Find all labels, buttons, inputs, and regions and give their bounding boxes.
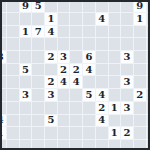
cell-r5c6: 2: [70, 64, 82, 76]
cell-r5c3[interactable]: [32, 64, 44, 76]
cell-r1c1[interactable]: [7, 13, 19, 25]
cell-r5c9[interactable]: [109, 64, 121, 76]
cell-r3c5[interactable]: [58, 38, 70, 50]
cell-r8c0[interactable]: [0, 102, 6, 114]
cell-r8c4[interactable]: [45, 102, 57, 114]
cell-r4c3[interactable]: [32, 51, 44, 63]
cell-r5c4[interactable]: [45, 64, 57, 76]
cell-r8c9: 1: [109, 102, 121, 114]
cell-r6c2[interactable]: [20, 76, 32, 88]
cell-r1c0[interactable]: [0, 13, 6, 25]
cell-r5c5: 2: [58, 64, 70, 76]
cell-r3c8[interactable]: [96, 38, 108, 50]
cell-r1c9[interactable]: [109, 13, 121, 25]
cell-r9c9[interactable]: [109, 115, 121, 127]
cell-r7c12[interactable]: [147, 89, 150, 101]
cell-r7c11: 2: [134, 89, 146, 101]
cell-r2c6[interactable]: [70, 26, 82, 38]
cell-r0c6[interactable]: [70, 0, 82, 12]
cell-r1c10[interactable]: [121, 13, 133, 25]
cell-r5c8[interactable]: [96, 64, 108, 76]
cell-r9c6[interactable]: [70, 115, 82, 127]
cell-r10c4[interactable]: [45, 127, 57, 139]
cell-r1c2[interactable]: [20, 13, 32, 25]
cell-r4c10: 3: [121, 51, 133, 63]
cell-r4c12[interactable]: [147, 51, 150, 63]
cell-r10c3[interactable]: [32, 127, 44, 139]
cell-r5c2: 5: [20, 64, 32, 76]
cell-r6c5: 4: [58, 76, 70, 88]
cell-r0c2: 9: [20, 0, 32, 12]
cell-r7c5[interactable]: [58, 89, 70, 101]
cell-r1c8: 4: [96, 13, 108, 25]
cell-r5c10[interactable]: [121, 64, 133, 76]
cell-r5c11[interactable]: [134, 64, 146, 76]
cell-r4c5: 3: [58, 51, 70, 63]
cell-r4c0: 3: [0, 51, 6, 63]
puzzle-screenshot: 959141174323635224244333542213454112: [0, 0, 150, 150]
cell-r11c1[interactable]: [7, 140, 19, 150]
cell-r1c6[interactable]: [70, 13, 82, 25]
cell-r3c6[interactable]: [70, 38, 82, 50]
cell-r2c8[interactable]: [96, 26, 108, 38]
cell-r6c1[interactable]: [7, 76, 19, 88]
cell-r3c11[interactable]: [134, 38, 146, 50]
cell-r0c0[interactable]: [0, 0, 6, 12]
cell-r0c1[interactable]: [7, 0, 19, 12]
cell-r2c0[interactable]: [0, 26, 6, 38]
cell-r0c11: 9: [134, 0, 146, 12]
cell-r5c12[interactable]: [147, 64, 150, 76]
cell-r7c7: 5: [83, 89, 95, 101]
cell-r6c10: 3: [121, 76, 133, 88]
cell-r3c7[interactable]: [83, 38, 95, 50]
board-frame: 959141174323635224244333542213454112: [0, 0, 150, 150]
cell-r9c1[interactable]: [7, 115, 19, 127]
cell-r10c8[interactable]: [96, 127, 108, 139]
cell-r9c11[interactable]: [134, 115, 146, 127]
cell-r0c5[interactable]: [58, 0, 70, 12]
cell-r9c3[interactable]: [32, 115, 44, 127]
cell-r11c12[interactable]: [147, 140, 150, 150]
cell-r10c12[interactable]: [147, 127, 150, 139]
cell-r2c12[interactable]: [147, 26, 150, 38]
cell-r2c3: 7: [32, 26, 44, 38]
cell-r0c12[interactable]: [147, 0, 150, 12]
cell-r7c10[interactable]: [121, 89, 133, 101]
cell-r1c11: 1: [134, 13, 146, 25]
cell-r10c6[interactable]: [70, 127, 82, 139]
cell-r8c11[interactable]: [134, 102, 146, 114]
cell-r11c4[interactable]: [45, 140, 57, 150]
cell-r6c11[interactable]: [134, 76, 146, 88]
cell-r3c3[interactable]: [32, 38, 44, 50]
cell-r9c12[interactable]: [147, 115, 150, 127]
cell-r6c12[interactable]: [147, 76, 150, 88]
cell-r3c0[interactable]: [0, 38, 6, 50]
cell-r8c1[interactable]: [7, 102, 19, 114]
cell-r2c7[interactable]: [83, 26, 95, 38]
cell-r6c8[interactable]: [96, 76, 108, 88]
cell-r8c10: 3: [121, 102, 133, 114]
cell-r11c8[interactable]: [96, 140, 108, 150]
cell-r11c7[interactable]: [83, 140, 95, 150]
cell-r0c8[interactable]: [96, 0, 108, 12]
cell-r6c4: 2: [45, 76, 57, 88]
cell-r7c8: 4: [96, 89, 108, 101]
cell-r5c7: 4: [83, 64, 95, 76]
cell-r0c9[interactable]: [109, 0, 121, 12]
cell-r9c2[interactable]: [20, 115, 32, 127]
cell-r0c3: 5: [32, 0, 44, 12]
cell-r10c7[interactable]: [83, 127, 95, 139]
cell-r4c2[interactable]: [20, 51, 32, 63]
cell-r9c0: 4: [0, 115, 6, 127]
cell-r10c11[interactable]: [134, 127, 146, 139]
cell-r4c11[interactable]: [134, 51, 146, 63]
puzzle-grid: 959141174323635224244333542213454112: [0, 0, 150, 150]
cell-r4c4: 2: [45, 51, 57, 63]
cell-r6c0[interactable]: [0, 76, 6, 88]
cell-r5c1[interactable]: [7, 64, 19, 76]
cell-r6c3[interactable]: [32, 76, 44, 88]
cell-r6c6: 4: [70, 76, 82, 88]
cell-r4c6[interactable]: [70, 51, 82, 63]
cell-r4c7: 6: [83, 51, 95, 63]
cell-r4c9[interactable]: [109, 51, 121, 63]
cell-r3c9[interactable]: [109, 38, 121, 50]
cell-r10c9: 1: [109, 127, 121, 139]
cell-r3c4[interactable]: [45, 38, 57, 50]
cell-r8c3[interactable]: [32, 102, 44, 114]
cell-r1c4: 1: [45, 13, 57, 25]
cell-r9c5[interactable]: [58, 115, 70, 127]
cell-r3c2[interactable]: [20, 38, 32, 50]
cell-r3c1[interactable]: [7, 38, 19, 50]
cell-r8c5[interactable]: [58, 102, 70, 114]
cell-r6c7[interactable]: [83, 76, 95, 88]
cell-r11c11[interactable]: [134, 140, 146, 150]
cell-r8c7[interactable]: [83, 102, 95, 114]
cell-r1c3[interactable]: [32, 13, 44, 25]
cell-r1c12[interactable]: [147, 13, 150, 25]
cell-r8c6[interactable]: [70, 102, 82, 114]
cell-r0c10[interactable]: [121, 0, 133, 12]
cell-r10c5[interactable]: [58, 127, 70, 139]
cell-r11c3[interactable]: [32, 140, 44, 150]
cell-r2c4: 4: [45, 26, 57, 38]
cell-r2c1[interactable]: [7, 26, 19, 38]
cell-r2c2: 1: [20, 26, 32, 38]
cell-r9c8: 4: [96, 115, 108, 127]
cell-r11c5[interactable]: [58, 140, 70, 150]
cell-r3c12[interactable]: [147, 38, 150, 50]
cell-r0c7[interactable]: [83, 0, 95, 12]
cell-r4c1[interactable]: [7, 51, 19, 63]
cell-r3c10[interactable]: [121, 38, 133, 50]
cell-r11c6[interactable]: [70, 140, 82, 150]
cell-r7c0[interactable]: [0, 89, 6, 101]
cell-r2c10[interactable]: [121, 26, 133, 38]
cell-r7c2: 3: [20, 89, 32, 101]
cell-r11c0[interactable]: [0, 140, 6, 150]
cell-r8c8: 2: [96, 102, 108, 114]
cell-r6c9[interactable]: [109, 76, 121, 88]
cell-r11c2[interactable]: [20, 140, 32, 150]
cell-r8c12[interactable]: [147, 102, 150, 114]
cell-r4c8[interactable]: [96, 51, 108, 63]
cell-r8c2[interactable]: [20, 102, 32, 114]
cell-r9c7[interactable]: [83, 115, 95, 127]
cell-r7c6[interactable]: [70, 89, 82, 101]
cell-r11c9[interactable]: [109, 140, 121, 150]
cell-r2c11[interactable]: [134, 26, 146, 38]
cell-r2c5[interactable]: [58, 26, 70, 38]
cell-r10c0: 1: [0, 127, 6, 139]
cell-r10c10: 2: [121, 127, 133, 139]
cell-r1c7[interactable]: [83, 13, 95, 25]
cell-r7c3[interactable]: [32, 89, 44, 101]
cell-r2c9[interactable]: [109, 26, 121, 38]
cell-r5c0[interactable]: [0, 64, 6, 76]
cell-r11c10[interactable]: [121, 140, 133, 150]
cell-r10c1[interactable]: [7, 127, 19, 139]
cell-r7c4: 3: [45, 89, 57, 101]
cell-r1c5[interactable]: [58, 13, 70, 25]
cell-r9c4: 5: [45, 115, 57, 127]
cell-r9c10[interactable]: [121, 115, 133, 127]
cell-r10c2[interactable]: [20, 127, 32, 139]
cell-r0c4[interactable]: [45, 0, 57, 12]
cell-r7c9[interactable]: [109, 89, 121, 101]
cell-r7c1[interactable]: [7, 89, 19, 101]
